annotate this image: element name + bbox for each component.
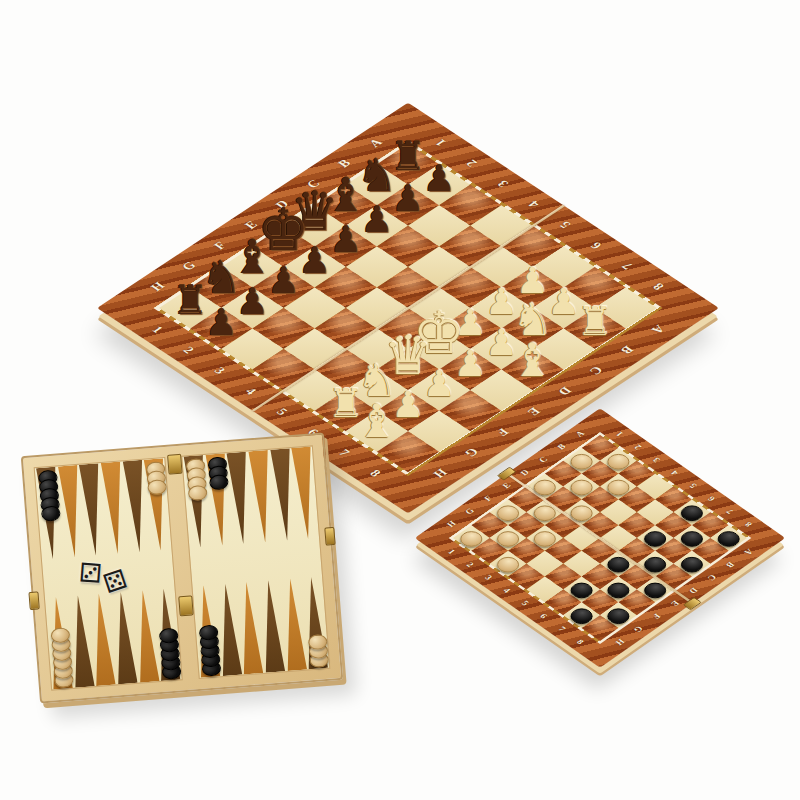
checkers-coordinate-label: 7: [552, 622, 572, 636]
checkers-coordinate-label: 5: [515, 596, 535, 610]
checkers-coordinate-label: 1: [610, 427, 630, 441]
backgammon-point: [279, 578, 308, 671]
checkers-coordinate-label: H: [610, 635, 630, 649]
clasp-icon: [324, 527, 335, 546]
black-backgammon-checker[interactable]: [209, 474, 229, 490]
backgammon-right-panel: [181, 445, 330, 679]
backgammon-point: [247, 450, 276, 543]
chess-coordinate-label: 1: [426, 133, 454, 152]
checkers-coordinate-label: G: [460, 504, 480, 518]
checkers-coordinate-label: E: [497, 479, 517, 493]
backgammon-left-panel: ⚂⚄: [34, 457, 183, 691]
checkers-coordinate-label: 6: [534, 609, 554, 623]
backgammon-field: ⚂⚄: [34, 445, 331, 690]
chess-coordinate-label: B: [613, 341, 641, 360]
checkers-coordinate-label: 5: [683, 479, 703, 493]
chess-coordinate-label: C: [582, 361, 610, 380]
checkers-coordinate-label: E: [665, 596, 685, 610]
clasp-icon: [28, 592, 39, 611]
checkers-coordinate-label: A: [570, 427, 590, 441]
chess-coordinate-label: E: [520, 402, 548, 421]
chess-coordinate-label: D: [551, 382, 579, 401]
chess-coordinate-label: 4: [520, 195, 548, 214]
checkers-coordinate-label: D: [683, 584, 703, 598]
checkers-coordinate-label: C: [702, 571, 722, 585]
backgammon-point: [225, 452, 254, 545]
hinge-icon: [167, 454, 183, 475]
light-chess-piece-b[interactable]: ♝: [510, 338, 554, 382]
chess-coordinate-label: 6: [582, 236, 610, 255]
chess-coordinate-label: 7: [330, 443, 358, 462]
chess-coordinate-label: G: [457, 443, 485, 462]
chess-coordinate-label: 5: [551, 216, 579, 235]
backgammon-point: [290, 446, 319, 539]
light-chess-piece-b[interactable]: ♝: [355, 399, 399, 443]
light-chess-piece-r[interactable]: ♜: [573, 299, 617, 343]
backgammon-point: [100, 461, 129, 554]
backgammon-point: [110, 591, 139, 684]
checkers-coordinate-label: 6: [702, 491, 722, 505]
chess-coordinate-label: 4: [237, 382, 265, 401]
die-face-5-icon[interactable]: ⚄: [100, 565, 130, 597]
chess-coordinate-label: 7: [613, 257, 641, 276]
backgammon-point: [132, 589, 161, 682]
backgammon-board[interactable]: ⚂⚄: [21, 432, 344, 703]
checkers-coordinate-label: C: [534, 453, 554, 467]
checkers-coordinate-label: 2: [628, 440, 648, 454]
checkers-coordinate-label: 7: [720, 504, 740, 518]
backgammon-point: [257, 579, 286, 672]
backgammon-point: [121, 460, 150, 553]
chess-coordinate-label: 8: [361, 464, 389, 483]
checkers-coordinate-label: A: [739, 545, 759, 559]
light-backgammon-checker[interactable]: [147, 479, 167, 495]
checkers-coordinate-label: G: [628, 622, 648, 636]
checkers-coordinate-label: F: [478, 491, 498, 505]
chess-coordinate-label: 5: [268, 402, 296, 421]
chess-coordinate-label: 2: [457, 154, 485, 173]
checkers-coordinate-label: B: [720, 558, 740, 572]
chess-coordinate-label: 1: [144, 320, 172, 339]
checkers-coordinate-label: 4: [665, 466, 685, 480]
black-backgammon-checker[interactable]: [41, 505, 61, 521]
die-face-3-icon[interactable]: ⚂: [78, 559, 103, 587]
checkers-coordinate-label: 8: [739, 517, 759, 531]
checkers-coordinate-label: H: [442, 517, 462, 531]
backgammon-point: [78, 463, 107, 556]
product-photo-scene: 11AA22BB33CC44DD55EE66FF77GG88HH♜♟♞♟♟♟♜♝…: [0, 0, 800, 800]
checkers-coordinate-label: F: [647, 609, 667, 623]
chess-coordinate-label: 3: [489, 175, 517, 194]
chess-coordinate-label: F: [489, 423, 517, 442]
chess-coordinate-label: 8: [644, 277, 672, 296]
checkers-coordinate-label: 3: [478, 571, 498, 585]
chess-coordinate-label: A: [644, 320, 672, 339]
checkers-coordinate-label: 1: [442, 545, 462, 559]
checkers-coordinate-label: D: [515, 466, 535, 480]
checkers-coordinate-label: 8: [570, 635, 590, 649]
backgammon-point: [269, 448, 298, 541]
hinge-icon: [178, 595, 194, 616]
checkers-coordinate-label: 2: [460, 558, 480, 572]
backgammon-point: [235, 581, 264, 674]
chess-coordinate-label: H: [426, 464, 454, 483]
backgammon-point: [88, 593, 117, 686]
backgammon-point: [57, 465, 86, 558]
dark-chess-piece-p[interactable]: ♟: [199, 301, 243, 345]
checkers-coordinate-label: 3: [647, 453, 667, 467]
checkers-coordinate-label: B: [552, 440, 572, 454]
light-backgammon-checker[interactable]: [188, 485, 208, 501]
chess-coordinate-label: 3: [206, 361, 234, 380]
checkers-coordinate-label: 4: [497, 584, 517, 598]
